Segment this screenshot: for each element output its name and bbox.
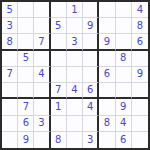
sudoku-cell[interactable] [51, 67, 67, 83]
sudoku-cell[interactable]: 3 [2, 18, 18, 34]
sudoku-cell[interactable]: 8 [132, 18, 148, 34]
sudoku-cell[interactable] [116, 34, 132, 50]
sudoku-cell[interactable] [2, 132, 18, 148]
sudoku-cell[interactable] [18, 2, 34, 18]
sudoku-cell[interactable] [34, 2, 50, 18]
sudoku-cell[interactable] [34, 83, 50, 99]
sudoku-cell[interactable]: 8 [116, 51, 132, 67]
sudoku-cell[interactable] [2, 99, 18, 115]
sudoku-cell[interactable]: 8 [99, 116, 115, 132]
sudoku-cell[interactable] [67, 116, 83, 132]
sudoku-cell[interactable]: 9 [132, 67, 148, 83]
sudoku-cell[interactable] [67, 99, 83, 115]
sudoku-cell[interactable] [99, 18, 115, 34]
sudoku-cell[interactable]: 4 [67, 83, 83, 99]
sudoku-cell[interactable] [18, 83, 34, 99]
sudoku-cell[interactable] [132, 83, 148, 99]
sudoku-cell[interactable] [34, 51, 50, 67]
sudoku-cell[interactable] [116, 67, 132, 83]
sudoku-cell[interactable]: 7 [18, 99, 34, 115]
sudoku-cell[interactable]: 3 [67, 34, 83, 50]
sudoku-cell[interactable]: 9 [18, 132, 34, 148]
sudoku-cell[interactable]: 6 [83, 83, 99, 99]
sudoku-cell[interactable] [18, 18, 34, 34]
sudoku-cell[interactable]: 9 [116, 99, 132, 115]
sudoku-cell[interactable]: 4 [83, 99, 99, 115]
sudoku-cell[interactable]: 6 [18, 116, 34, 132]
sudoku-cell[interactable]: 5 [18, 51, 34, 67]
sudoku-cell[interactable]: 4 [34, 67, 50, 83]
sudoku-cell[interactable]: 7 [2, 67, 18, 83]
sudoku-cell[interactable] [99, 132, 115, 148]
sudoku-cell[interactable] [116, 18, 132, 34]
sudoku-cell[interactable]: 8 [2, 34, 18, 50]
sudoku-cell[interactable]: 1 [51, 99, 67, 115]
sudoku-cell[interactable]: 9 [83, 18, 99, 34]
sudoku-cell[interactable] [67, 132, 83, 148]
sudoku-cell[interactable] [2, 51, 18, 67]
sudoku-cell[interactable] [34, 132, 50, 148]
sudoku-cell[interactable] [67, 51, 83, 67]
sudoku-cell[interactable] [83, 34, 99, 50]
sudoku-board: 514359887396587469746714963849836 [0, 0, 150, 150]
sudoku-cell[interactable]: 3 [83, 132, 99, 148]
sudoku-cell[interactable]: 5 [2, 2, 18, 18]
sudoku-cell[interactable] [83, 67, 99, 83]
sudoku-cell[interactable] [34, 18, 50, 34]
sudoku-cell[interactable]: 6 [132, 34, 148, 50]
sudoku-cell[interactable]: 8 [51, 132, 67, 148]
sudoku-cell[interactable] [51, 34, 67, 50]
sudoku-cell[interactable] [51, 2, 67, 18]
sudoku-cell[interactable] [99, 83, 115, 99]
sudoku-cell[interactable]: 7 [51, 83, 67, 99]
sudoku-cell[interactable] [132, 132, 148, 148]
sudoku-cell[interactable] [132, 99, 148, 115]
sudoku-cell[interactable] [132, 116, 148, 132]
sudoku-cell[interactable] [34, 99, 50, 115]
sudoku-cell[interactable]: 4 [132, 2, 148, 18]
sudoku-cell[interactable] [132, 51, 148, 67]
sudoku-cell[interactable] [99, 99, 115, 115]
sudoku-cell[interactable] [18, 34, 34, 50]
sudoku-cell[interactable] [51, 116, 67, 132]
sudoku-cell[interactable] [116, 83, 132, 99]
sudoku-cell[interactable] [83, 2, 99, 18]
sudoku-cell[interactable]: 1 [67, 2, 83, 18]
sudoku-cell[interactable]: 9 [99, 34, 115, 50]
sudoku-cell[interactable] [2, 116, 18, 132]
sudoku-cell[interactable] [99, 51, 115, 67]
sudoku-cell[interactable] [67, 67, 83, 83]
sudoku-cell[interactable] [2, 83, 18, 99]
sudoku-cell[interactable] [67, 18, 83, 34]
sudoku-cell[interactable]: 6 [116, 132, 132, 148]
sudoku-cell[interactable]: 7 [34, 34, 50, 50]
sudoku-cell[interactable]: 4 [116, 116, 132, 132]
sudoku-cell[interactable] [116, 2, 132, 18]
sudoku-cell[interactable] [83, 51, 99, 67]
sudoku-cell[interactable] [18, 67, 34, 83]
sudoku-cell[interactable] [99, 2, 115, 18]
sudoku-cell[interactable]: 6 [99, 67, 115, 83]
sudoku-cell[interactable]: 3 [34, 116, 50, 132]
sudoku-cell[interactable] [83, 116, 99, 132]
sudoku-cell[interactable] [51, 51, 67, 67]
sudoku-cell[interactable]: 5 [51, 18, 67, 34]
